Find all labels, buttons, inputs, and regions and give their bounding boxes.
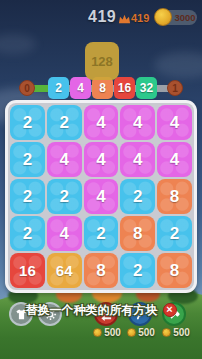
price-value: 500 [104, 327, 121, 338]
coin-icon [93, 328, 102, 337]
coin-icon [127, 328, 136, 337]
board-grid[interactable]: 224442444422428242821664828 [8, 103, 194, 290]
cloud [0, 34, 36, 54]
selector-tile-32: 32 [136, 77, 157, 99]
power-up-tooltip: 替换一个种类的所有方块× [0, 300, 202, 319]
tile-2[interactable]: 2 [84, 216, 119, 251]
tile-2[interactable]: 2 [120, 179, 155, 214]
tile-8[interactable]: 8 [84, 253, 119, 288]
tile-2[interactable]: 2 [10, 105, 45, 140]
tooltip-text: 替换一个种类的所有方块 [26, 303, 158, 317]
tile-4[interactable]: 4 [84, 105, 119, 140]
close-icon[interactable]: × [163, 303, 177, 317]
tile-2[interactable]: 2 [120, 253, 155, 288]
power-up-price: 500 [121, 327, 161, 338]
tile-4[interactable]: 4 [157, 105, 192, 140]
next-tile-preview: 128 [85, 42, 119, 80]
tile-64[interactable]: 64 [47, 253, 82, 288]
selector-tile-4: 4 [70, 77, 91, 99]
tile-4[interactable]: 4 [84, 179, 119, 214]
price-value: 500 [138, 327, 155, 338]
power-up-price: 500 [156, 327, 196, 338]
crown-count: 419 [131, 12, 149, 24]
tile-4[interactable]: 4 [157, 142, 192, 177]
price-value: 500 [173, 327, 190, 338]
tile-4[interactable]: 4 [84, 142, 119, 177]
tile-2[interactable]: 2 [47, 179, 82, 214]
coin-counter[interactable]: 3000 [157, 10, 197, 25]
cloud [154, 52, 202, 78]
selector-tile-16: 16 [114, 77, 135, 99]
tile-2[interactable]: 2 [10, 179, 45, 214]
coin-amount: 3000 [174, 10, 196, 25]
tile-2[interactable]: 2 [10, 142, 45, 177]
tile-4[interactable]: 4 [120, 105, 155, 140]
tile-16[interactable]: 16 [10, 253, 45, 288]
selector-tile-2: 2 [48, 77, 69, 99]
tile-8[interactable]: 8 [157, 253, 192, 288]
tile-2[interactable]: 2 [47, 105, 82, 140]
selector-tile-8: 8 [92, 77, 113, 99]
tile-4[interactable]: 4 [120, 142, 155, 177]
crown-icon [118, 14, 131, 24]
selector-row: 2481632 [48, 77, 157, 99]
tile-8[interactable]: 8 [120, 216, 155, 251]
tile-4[interactable]: 4 [47, 216, 82, 251]
score-value: 419 [88, 8, 116, 26]
progress-node-left: 0 [19, 80, 35, 96]
progress-node-right: 1 [167, 80, 183, 96]
tile-2[interactable]: 2 [10, 216, 45, 251]
board-frame: 224442444422428242821664828 [5, 100, 197, 293]
coin-icon [154, 8, 172, 26]
coin-icon [162, 328, 171, 337]
game-screen: 419 419 3000 0 1 2481632 128 22444244442… [0, 0, 202, 359]
tile-4[interactable]: 4 [47, 142, 82, 177]
tile-8[interactable]: 8 [157, 179, 192, 214]
tile-2[interactable]: 2 [157, 216, 192, 251]
